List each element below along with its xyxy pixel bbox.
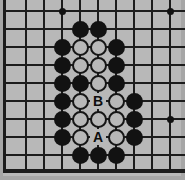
black-stone xyxy=(90,147,107,164)
black-stone xyxy=(108,57,125,74)
star-point xyxy=(167,8,174,15)
white-stone xyxy=(90,111,107,128)
black-stone xyxy=(54,111,71,128)
grid-vline xyxy=(25,0,27,173)
grid-vline xyxy=(169,0,171,173)
white-stone xyxy=(108,111,125,128)
white-stone xyxy=(108,93,125,110)
black-stone xyxy=(108,147,125,164)
black-stone xyxy=(90,21,107,38)
white-stone xyxy=(72,129,89,146)
black-stone xyxy=(54,93,71,110)
black-stone xyxy=(72,21,89,38)
point-label-A: A xyxy=(90,129,106,145)
black-stone xyxy=(54,75,71,92)
black-stone xyxy=(54,57,71,74)
white-stone xyxy=(90,39,107,56)
black-stone xyxy=(72,75,89,92)
black-stone xyxy=(54,39,71,56)
black-stone xyxy=(126,111,143,128)
white-stone xyxy=(72,57,89,74)
white-stone xyxy=(72,111,89,128)
white-stone xyxy=(90,57,107,74)
go-board[interactable]: BA xyxy=(0,0,185,180)
board-left-edge-line xyxy=(3,0,6,173)
grid-vline xyxy=(43,0,45,173)
board-bottom-edge-line xyxy=(3,169,185,173)
go-diagram: BA xyxy=(0,0,185,180)
grid-hline xyxy=(3,10,185,13)
black-stone xyxy=(72,147,89,164)
white-stone xyxy=(90,75,107,92)
black-stone xyxy=(126,93,143,110)
star-point xyxy=(167,116,174,123)
grid-vline xyxy=(151,0,153,173)
white-stone xyxy=(108,129,125,146)
black-stone xyxy=(126,129,143,146)
black-stone xyxy=(108,75,125,92)
black-stone xyxy=(54,129,71,146)
star-point xyxy=(59,8,66,15)
grid-vline xyxy=(133,0,135,173)
black-stone xyxy=(108,39,125,56)
white-stone xyxy=(72,39,89,56)
point-label-B: B xyxy=(90,93,106,109)
white-stone xyxy=(72,93,89,110)
